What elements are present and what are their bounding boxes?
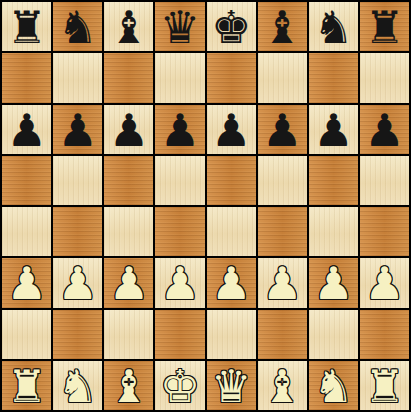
square-h8[interactable]: ♜: [360, 2, 409, 51]
square-c2[interactable]: [104, 310, 153, 359]
square-a5[interactable]: [2, 156, 51, 205]
square-c4[interactable]: [104, 207, 153, 256]
square-g7[interactable]: [309, 53, 358, 102]
piece-black-bishop-khon[interactable]: ♝: [262, 5, 302, 50]
piece-black-pawn-bia[interactable]: ♟: [6, 108, 46, 153]
square-d4[interactable]: [155, 207, 204, 256]
square-b4[interactable]: [53, 207, 102, 256]
piece-black-pawn-bia[interactable]: ♟: [109, 108, 149, 153]
piece-black-pawn-bia[interactable]: ♟: [364, 108, 404, 153]
square-f3[interactable]: ♟: [258, 258, 307, 307]
square-b1[interactable]: ♞: [53, 361, 102, 410]
square-f4[interactable]: [258, 207, 307, 256]
piece-white-met-queen[interactable]: ♛: [211, 364, 251, 409]
square-b3[interactable]: ♟: [53, 258, 102, 307]
square-g8[interactable]: ♞: [309, 2, 358, 51]
square-f7[interactable]: [258, 53, 307, 102]
piece-white-king[interactable]: ♚: [160, 364, 200, 409]
square-b7[interactable]: [53, 53, 102, 102]
square-a7[interactable]: [2, 53, 51, 102]
square-a2[interactable]: [2, 310, 51, 359]
square-d8[interactable]: ♛: [155, 2, 204, 51]
chess-board: ♜♞♝♛♚♝♞♜♟♟♟♟♟♟♟♟♟♟♟♟♟♟♟♟♜♞♝♚♛♝♞♜: [0, 0, 411, 412]
piece-white-pawn-bia[interactable]: ♟: [313, 261, 353, 306]
piece-black-rook[interactable]: ♜: [6, 5, 46, 50]
square-h1[interactable]: ♜: [360, 361, 409, 410]
piece-black-knight[interactable]: ♞: [58, 5, 98, 50]
square-b6[interactable]: ♟: [53, 105, 102, 154]
square-b5[interactable]: [53, 156, 102, 205]
square-e4[interactable]: [207, 207, 256, 256]
piece-white-rook[interactable]: ♜: [6, 364, 46, 409]
square-f2[interactable]: [258, 310, 307, 359]
square-b2[interactable]: [53, 310, 102, 359]
square-a8[interactable]: ♜: [2, 2, 51, 51]
piece-black-king[interactable]: ♚: [211, 5, 251, 50]
square-f6[interactable]: ♟: [258, 105, 307, 154]
square-h2[interactable]: [360, 310, 409, 359]
square-g6[interactable]: ♟: [309, 105, 358, 154]
piece-white-pawn-bia[interactable]: ♟: [262, 261, 302, 306]
piece-white-pawn-bia[interactable]: ♟: [364, 261, 404, 306]
square-d5[interactable]: [155, 156, 204, 205]
square-e3[interactable]: ♟: [207, 258, 256, 307]
square-e7[interactable]: [207, 53, 256, 102]
square-e8[interactable]: ♚: [207, 2, 256, 51]
piece-white-pawn-bia[interactable]: ♟: [211, 261, 251, 306]
piece-black-pawn-bia[interactable]: ♟: [211, 108, 251, 153]
square-c8[interactable]: ♝: [104, 2, 153, 51]
piece-black-pawn-bia[interactable]: ♟: [160, 108, 200, 153]
piece-black-pawn-bia[interactable]: ♟: [313, 108, 353, 153]
square-g4[interactable]: [309, 207, 358, 256]
square-g1[interactable]: ♞: [309, 361, 358, 410]
square-g2[interactable]: [309, 310, 358, 359]
piece-white-pawn-bia[interactable]: ♟: [109, 261, 149, 306]
piece-white-pawn-bia[interactable]: ♟: [160, 261, 200, 306]
square-d7[interactable]: [155, 53, 204, 102]
square-f1[interactable]: ♝: [258, 361, 307, 410]
square-b8[interactable]: ♞: [53, 2, 102, 51]
square-f5[interactable]: [258, 156, 307, 205]
square-d3[interactable]: ♟: [155, 258, 204, 307]
square-c5[interactable]: [104, 156, 153, 205]
piece-white-knight[interactable]: ♞: [58, 364, 98, 409]
piece-white-rook[interactable]: ♜: [364, 364, 404, 409]
piece-white-pawn-bia[interactable]: ♟: [58, 261, 98, 306]
piece-white-pawn-bia[interactable]: ♟: [6, 261, 46, 306]
square-e6[interactable]: ♟: [207, 105, 256, 154]
square-e5[interactable]: [207, 156, 256, 205]
square-a3[interactable]: ♟: [2, 258, 51, 307]
square-c3[interactable]: ♟: [104, 258, 153, 307]
square-d2[interactable]: [155, 310, 204, 359]
piece-black-met-queen[interactable]: ♛: [160, 5, 200, 50]
piece-black-bishop-khon[interactable]: ♝: [109, 5, 149, 50]
piece-black-rook[interactable]: ♜: [364, 5, 404, 50]
square-h3[interactable]: ♟: [360, 258, 409, 307]
square-c1[interactable]: ♝: [104, 361, 153, 410]
square-f8[interactable]: ♝: [258, 2, 307, 51]
piece-white-knight[interactable]: ♞: [313, 364, 353, 409]
square-c6[interactable]: ♟: [104, 105, 153, 154]
piece-white-bishop-khon[interactable]: ♝: [109, 364, 149, 409]
square-e2[interactable]: [207, 310, 256, 359]
square-a6[interactable]: ♟: [2, 105, 51, 154]
square-h7[interactable]: [360, 53, 409, 102]
square-h4[interactable]: [360, 207, 409, 256]
square-h5[interactable]: [360, 156, 409, 205]
square-g5[interactable]: [309, 156, 358, 205]
square-d1[interactable]: ♚: [155, 361, 204, 410]
square-c7[interactable]: [104, 53, 153, 102]
square-d6[interactable]: ♟: [155, 105, 204, 154]
piece-black-knight[interactable]: ♞: [313, 5, 353, 50]
piece-black-pawn-bia[interactable]: ♟: [262, 108, 302, 153]
piece-black-pawn-bia[interactable]: ♟: [58, 108, 98, 153]
piece-white-bishop-khon[interactable]: ♝: [262, 364, 302, 409]
square-e1[interactable]: ♛: [207, 361, 256, 410]
square-g3[interactable]: ♟: [309, 258, 358, 307]
square-a1[interactable]: ♜: [2, 361, 51, 410]
square-a4[interactable]: [2, 207, 51, 256]
square-h6[interactable]: ♟: [360, 105, 409, 154]
